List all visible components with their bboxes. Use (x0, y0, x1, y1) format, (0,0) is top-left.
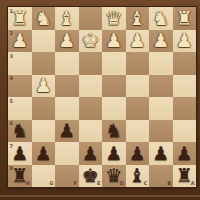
piece-white-bishop[interactable]: ♝ (55, 7, 79, 30)
square-e8[interactable]: ♚E (79, 165, 103, 188)
file-label-h: H (26, 181, 30, 186)
square-h1[interactable]: ♜1 (8, 7, 32, 30)
square-g6[interactable] (32, 120, 56, 143)
piece-white-pawn[interactable]: ♟ (173, 30, 197, 53)
square-d6[interactable]: ♞ (102, 120, 126, 143)
rank-label-3: 3 (10, 54, 13, 59)
square-c1[interactable]: ♝ (126, 7, 150, 30)
square-h8[interactable]: ♜8H (8, 165, 32, 188)
square-b4[interactable] (149, 75, 173, 98)
square-e5[interactable] (79, 97, 103, 120)
rank-label-5: 5 (10, 99, 13, 104)
file-label-c: C (144, 181, 148, 186)
square-f5[interactable] (55, 97, 79, 120)
square-c4[interactable] (126, 75, 150, 98)
square-g8[interactable]: G (32, 165, 56, 188)
square-d8[interactable]: ♛D (102, 165, 126, 188)
square-c6[interactable] (126, 120, 150, 143)
square-g4[interactable]: ♟ (32, 75, 56, 98)
square-c3[interactable] (126, 52, 150, 75)
square-b6[interactable] (149, 120, 173, 143)
file-label-a: A (191, 181, 195, 186)
square-h4[interactable]: 4 (8, 75, 32, 98)
square-d5[interactable] (102, 97, 126, 120)
rank-label-2: 2 (10, 31, 13, 36)
piece-white-pawn[interactable]: ♟ (32, 75, 56, 98)
square-g1[interactable]: ♞ (32, 7, 56, 30)
piece-black-knight[interactable]: ♞ (102, 120, 126, 143)
square-a6[interactable] (173, 120, 197, 143)
piece-white-pawn[interactable]: ♟ (126, 30, 150, 53)
rank-label-1: 1 (10, 9, 13, 14)
square-c5[interactable] (126, 97, 150, 120)
square-h7[interactable]: ♟7 (8, 142, 32, 165)
piece-white-pawn[interactable]: ♟ (102, 30, 126, 53)
file-label-e: E (97, 181, 100, 186)
square-b1[interactable]: ♞ (149, 7, 173, 30)
square-h6[interactable]: ♞6 (8, 120, 32, 143)
square-a8[interactable]: ♜A (173, 165, 197, 188)
piece-black-pawn[interactable]: ♟ (79, 142, 103, 165)
square-c8[interactable]: ♝C (126, 165, 150, 188)
piece-white-bishop[interactable]: ♝ (126, 7, 150, 30)
square-f6[interactable]: ♟ (55, 120, 79, 143)
square-a2[interactable]: ♟ (173, 30, 197, 53)
piece-black-pawn[interactable]: ♟ (102, 142, 126, 165)
square-c2[interactable]: ♟ (126, 30, 150, 53)
file-label-f: F (74, 181, 77, 186)
square-f7[interactable] (55, 142, 79, 165)
piece-black-pawn[interactable]: ♟ (149, 142, 173, 165)
rank-label-6: 6 (10, 121, 13, 126)
square-c7[interactable]: ♟ (126, 142, 150, 165)
piece-black-pawn[interactable]: ♟ (126, 142, 150, 165)
piece-white-knight[interactable]: ♞ (149, 7, 173, 30)
square-a5[interactable] (173, 97, 197, 120)
piece-white-rook[interactable]: ♜ (173, 7, 197, 30)
square-d3[interactable] (102, 52, 126, 75)
square-h5[interactable]: 5 (8, 97, 32, 120)
square-f3[interactable] (55, 52, 79, 75)
square-g5[interactable] (32, 97, 56, 120)
square-f4[interactable] (55, 75, 79, 98)
piece-white-king[interactable]: ♚ (79, 30, 103, 53)
square-b8[interactable]: B (149, 165, 173, 188)
square-b3[interactable] (149, 52, 173, 75)
square-e6[interactable] (79, 120, 103, 143)
file-label-d: D (120, 181, 124, 186)
square-f2[interactable]: ♟ (55, 30, 79, 53)
square-e3[interactable] (79, 52, 103, 75)
square-e2[interactable]: ♚ (79, 30, 103, 53)
piece-black-pawn[interactable]: ♟ (55, 120, 79, 143)
rank-label-8: 8 (10, 166, 13, 171)
piece-white-knight[interactable]: ♞ (32, 7, 56, 30)
piece-white-pawn[interactable]: ♟ (55, 30, 79, 53)
square-e7[interactable]: ♟ (79, 142, 103, 165)
square-b5[interactable] (149, 97, 173, 120)
square-h3[interactable]: 3 (8, 52, 32, 75)
square-g2[interactable] (32, 30, 56, 53)
piece-white-pawn[interactable]: ♟ (149, 30, 173, 53)
square-f8[interactable]: F (55, 165, 79, 188)
square-d4[interactable] (102, 75, 126, 98)
square-h2[interactable]: ♟2 (8, 30, 32, 53)
file-label-g: G (49, 181, 53, 186)
piece-black-pawn[interactable]: ♟ (32, 142, 56, 165)
square-e4[interactable] (79, 75, 103, 98)
rank-label-7: 7 (10, 144, 13, 149)
file-label-b: B (167, 181, 171, 186)
square-a1[interactable]: ♜ (173, 7, 197, 30)
square-b7[interactable]: ♟ (149, 142, 173, 165)
square-a4[interactable] (173, 75, 197, 98)
square-a3[interactable] (173, 52, 197, 75)
rank-label-4: 4 (10, 76, 13, 81)
piece-white-queen[interactable]: ♛ (102, 7, 126, 30)
square-f1[interactable]: ♝ (55, 7, 79, 30)
square-a7[interactable]: ♟ (173, 142, 197, 165)
piece-black-pawn[interactable]: ♟ (173, 142, 197, 165)
chess-board: ♜1♞♝♛♝♞♜♟2♟♚♟♟♟♟34♟5♞6♟♞♟7♟♟♟♟♟♟♜8HGF♚E♛… (8, 7, 196, 187)
square-g3[interactable] (32, 52, 56, 75)
square-d1[interactable]: ♛ (102, 7, 126, 30)
square-d7[interactable]: ♟ (102, 142, 126, 165)
square-b2[interactable]: ♟ (149, 30, 173, 53)
square-e1[interactable] (79, 7, 103, 30)
square-d2[interactable]: ♟ (102, 30, 126, 53)
square-g7[interactable]: ♟ (32, 142, 56, 165)
board-frame: ♜1♞♝♛♝♞♜♟2♟♚♟♟♟♟34♟5♞6♟♞♟7♟♟♟♟♟♟♜8HGF♚E♛… (0, 0, 200, 200)
